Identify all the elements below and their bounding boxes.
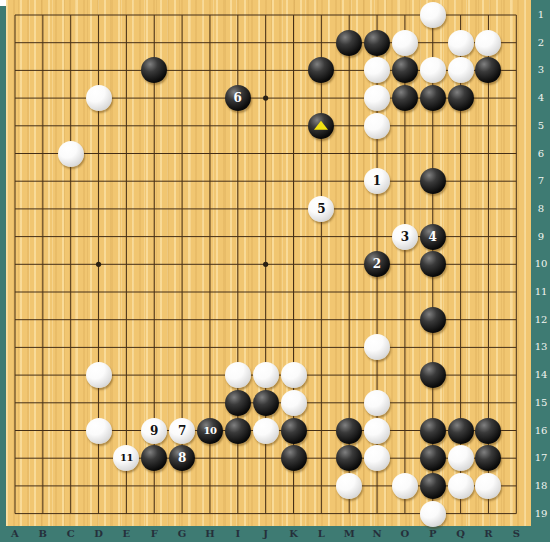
stone-C6[interactable] [58, 141, 84, 167]
move-number: 2 [373, 258, 381, 270]
stone-N16[interactable] [364, 418, 390, 444]
stone-R16[interactable] [475, 418, 501, 444]
column-label-P: P [423, 528, 443, 539]
column-label-O: O [395, 528, 415, 539]
row-label-13: 13 [531, 341, 550, 352]
stone-P19[interactable] [420, 501, 446, 527]
move-number: 11 [120, 453, 133, 463]
move-number: 3 [401, 231, 409, 243]
column-label-H: H [200, 528, 220, 539]
stone-F16[interactable]: 9 [141, 418, 167, 444]
column-label-J: J [256, 528, 276, 539]
stone-O2[interactable] [392, 30, 418, 56]
stone-J16[interactable] [253, 418, 279, 444]
move-number: 8 [178, 452, 186, 464]
stone-Q18[interactable] [448, 473, 474, 499]
row-label-17: 17 [531, 452, 550, 463]
stone-P3[interactable] [420, 57, 446, 83]
move-number: 7 [178, 425, 186, 437]
row-label-1: 1 [531, 9, 550, 20]
stone-K15[interactable] [281, 390, 307, 416]
stone-L5[interactable] [308, 113, 334, 139]
stone-D4[interactable] [86, 85, 112, 111]
stone-Q17[interactable] [448, 445, 474, 471]
column-label-B: B [33, 528, 53, 539]
move-number: 10 [203, 426, 216, 436]
stone-K14[interactable] [281, 362, 307, 388]
stone-R2[interactable] [475, 30, 501, 56]
row-label-6: 6 [531, 148, 550, 159]
stone-I16[interactable] [225, 418, 251, 444]
move-number: 9 [150, 425, 158, 437]
stone-Q3[interactable] [448, 57, 474, 83]
stone-P18[interactable] [420, 473, 446, 499]
stone-N15[interactable] [364, 390, 390, 416]
column-label-Q: Q [451, 528, 471, 539]
stone-H16[interactable]: 10 [197, 418, 223, 444]
column-label-R: R [478, 528, 498, 539]
stone-M18[interactable] [336, 473, 362, 499]
stone-O18[interactable] [392, 473, 418, 499]
row-label-4: 4 [531, 92, 550, 103]
stone-P17[interactable] [420, 445, 446, 471]
stone-G16[interactable]: 7 [169, 418, 195, 444]
column-label-D: D [89, 528, 109, 539]
stone-D14[interactable] [86, 362, 112, 388]
stone-I4[interactable]: 6 [225, 85, 251, 111]
last-move-triangle-marker [314, 121, 328, 130]
column-label-E: E [116, 528, 136, 539]
stone-P1[interactable] [420, 2, 446, 28]
row-label-9: 9 [531, 231, 550, 242]
stone-D16[interactable] [86, 418, 112, 444]
row-label-2: 2 [531, 37, 550, 48]
stone-M16[interactable] [336, 418, 362, 444]
stone-K16[interactable] [281, 418, 307, 444]
column-label-F: F [144, 528, 164, 539]
row-label-3: 3 [531, 64, 550, 75]
row-label-11: 11 [531, 286, 550, 297]
row-label-18: 18 [531, 480, 550, 491]
stone-I14[interactable] [225, 362, 251, 388]
row-label-16: 16 [531, 425, 550, 436]
row-label-8: 8 [531, 203, 550, 214]
stone-N2[interactable] [364, 30, 390, 56]
move-number: 6 [234, 92, 242, 104]
move-number: 4 [429, 231, 437, 243]
stone-K17[interactable] [281, 445, 307, 471]
column-label-A: A [5, 528, 25, 539]
stone-O9[interactable]: 3 [392, 224, 418, 250]
column-label-C: C [61, 528, 81, 539]
stone-P12[interactable] [420, 307, 446, 333]
column-label-N: N [367, 528, 387, 539]
column-label-I: I [228, 528, 248, 539]
row-label-12: 12 [531, 314, 550, 325]
stone-N4[interactable] [364, 85, 390, 111]
row-label-5: 5 [531, 120, 550, 131]
stone-P9[interactable]: 4 [420, 224, 446, 250]
stone-J15[interactable] [253, 390, 279, 416]
stone-O4[interactable] [392, 85, 418, 111]
column-label-M: M [339, 528, 359, 539]
row-label-7: 7 [531, 175, 550, 186]
stone-P4[interactable] [420, 85, 446, 111]
stone-P10[interactable] [420, 251, 446, 277]
column-label-L: L [311, 528, 331, 539]
column-label-S: S [506, 528, 526, 539]
stone-Q2[interactable] [448, 30, 474, 56]
column-label-G: G [172, 528, 192, 539]
stone-P16[interactable] [420, 418, 446, 444]
stone-Q4[interactable] [448, 85, 474, 111]
stone-I15[interactable] [225, 390, 251, 416]
column-label-K: K [284, 528, 304, 539]
row-label-19: 19 [531, 508, 550, 519]
stone-J14[interactable] [253, 362, 279, 388]
move-number: 1 [373, 175, 381, 187]
go-board-viewer: 6153429710118 ABCDEFGHIJKLMNOPQRS 123456… [0, 0, 550, 542]
stone-M2[interactable] [336, 30, 362, 56]
stone-Q16[interactable] [448, 418, 474, 444]
stone-P7[interactable] [420, 168, 446, 194]
row-label-10: 10 [531, 258, 550, 269]
stone-N5[interactable] [364, 113, 390, 139]
move-number: 5 [317, 203, 325, 215]
row-label-15: 15 [531, 397, 550, 408]
stone-P14[interactable] [420, 362, 446, 388]
row-label-14: 14 [531, 369, 550, 380]
